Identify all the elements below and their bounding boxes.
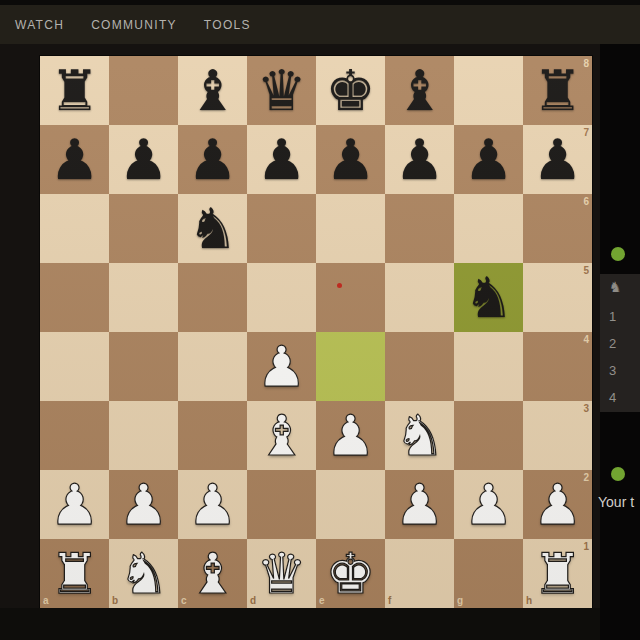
square-e1[interactable]: e♚	[316, 539, 385, 608]
square-g4[interactable]	[454, 332, 523, 401]
square-c7[interactable]: ♟	[178, 125, 247, 194]
file-label-g: g	[457, 596, 463, 606]
square-h1[interactable]: 1h♜	[523, 539, 592, 608]
square-f1[interactable]: f	[385, 539, 454, 608]
square-f2[interactable]: ♟	[385, 470, 454, 539]
piece-white-rook[interactable]: ♜	[523, 539, 592, 608]
piece-black-pawn[interactable]: ♟	[40, 125, 109, 194]
piece-black-knight[interactable]: ♞	[454, 263, 523, 332]
piece-white-pawn[interactable]: ♟	[247, 332, 316, 401]
square-c3[interactable]	[178, 401, 247, 470]
square-d7[interactable]: ♟	[247, 125, 316, 194]
opponent-player-row	[611, 247, 625, 261]
square-b5[interactable]	[109, 263, 178, 332]
square-c8[interactable]: ♝	[178, 56, 247, 125]
piece-white-pawn[interactable]: ♟	[109, 470, 178, 539]
square-d5[interactable]	[247, 263, 316, 332]
square-h3[interactable]: 3	[523, 401, 592, 470]
square-h7[interactable]: 7♟	[523, 125, 592, 194]
square-b7[interactable]: ♟	[109, 125, 178, 194]
square-c2[interactable]: ♟	[178, 470, 247, 539]
square-e5[interactable]	[316, 263, 385, 332]
square-f6[interactable]	[385, 194, 454, 263]
square-g8[interactable]	[454, 56, 523, 125]
rank-label-3: 3	[583, 404, 589, 414]
square-d2[interactable]	[247, 470, 316, 539]
move-number-4: 4	[609, 384, 640, 411]
piece-white-knight[interactable]: ♞	[385, 401, 454, 470]
square-a5[interactable]	[40, 263, 109, 332]
square-a1[interactable]: a♜	[40, 539, 109, 608]
square-e8[interactable]: ♚	[316, 56, 385, 125]
square-c6[interactable]: ♞	[178, 194, 247, 263]
rank-label-4: 4	[583, 335, 589, 345]
square-e2[interactable]	[316, 470, 385, 539]
piece-black-pawn[interactable]: ♟	[385, 125, 454, 194]
square-g5[interactable]: ♞	[454, 263, 523, 332]
square-e4[interactable]	[316, 332, 385, 401]
square-g7[interactable]: ♟	[454, 125, 523, 194]
square-d6[interactable]	[247, 194, 316, 263]
piece-black-knight[interactable]: ♞	[178, 194, 247, 263]
square-f4[interactable]	[385, 332, 454, 401]
square-c1[interactable]: c♝	[178, 539, 247, 608]
square-f7[interactable]: ♟	[385, 125, 454, 194]
rank-label-5: 5	[583, 266, 589, 276]
square-h8[interactable]: 8♜	[523, 56, 592, 125]
piece-black-rook[interactable]: ♜	[523, 56, 592, 125]
player-online-dot	[611, 467, 625, 481]
square-h5[interactable]: 5	[523, 263, 592, 332]
square-a6[interactable]	[40, 194, 109, 263]
square-h4[interactable]: 4	[523, 332, 592, 401]
square-d3[interactable]: ♝	[247, 401, 316, 470]
square-g3[interactable]	[454, 401, 523, 470]
square-g1[interactable]: g	[454, 539, 523, 608]
piece-white-bishop[interactable]: ♝	[247, 401, 316, 470]
square-b2[interactable]: ♟	[109, 470, 178, 539]
piece-white-pawn[interactable]: ♟	[523, 470, 592, 539]
top-navbar: WATCH COMMUNITY TOOLS	[0, 5, 640, 44]
piece-black-rook[interactable]: ♜	[40, 56, 109, 125]
square-f3[interactable]: ♞	[385, 401, 454, 470]
piece-black-bishop[interactable]: ♝	[178, 56, 247, 125]
square-b6[interactable]	[109, 194, 178, 263]
piece-black-bishop[interactable]: ♝	[385, 56, 454, 125]
square-c4[interactable]	[178, 332, 247, 401]
square-a4[interactable]	[40, 332, 109, 401]
move-number-2: 2	[609, 330, 640, 357]
opponent-online-dot	[611, 247, 625, 261]
piece-white-knight[interactable]: ♞	[109, 539, 178, 608]
square-e3[interactable]: ♟	[316, 401, 385, 470]
square-g2[interactable]: ♟	[454, 470, 523, 539]
square-d8[interactable]: ♛	[247, 56, 316, 125]
piece-white-bishop[interactable]: ♝	[178, 539, 247, 608]
nav-item-community[interactable]: COMMUNITY	[91, 18, 177, 32]
nav-item-tools[interactable]: TOOLS	[204, 18, 251, 32]
move-number-3: 3	[609, 357, 640, 384]
bottom-strip	[0, 608, 640, 640]
square-d4[interactable]: ♟	[247, 332, 316, 401]
square-g6[interactable]	[454, 194, 523, 263]
piece-black-king[interactable]: ♚	[316, 56, 385, 125]
piece-black-pawn[interactable]: ♟	[247, 125, 316, 194]
square-h6[interactable]: 6	[523, 194, 592, 263]
nav-item-watch[interactable]: WATCH	[15, 18, 64, 32]
square-h2[interactable]: 2♟	[523, 470, 592, 539]
square-d1[interactable]: d♛	[247, 539, 316, 608]
knight-icon: ♞	[609, 280, 640, 294]
piece-black-pawn[interactable]: ♟	[109, 125, 178, 194]
square-b8[interactable]	[109, 56, 178, 125]
square-b3[interactable]	[109, 401, 178, 470]
piece-black-pawn[interactable]: ♟	[454, 125, 523, 194]
piece-black-pawn[interactable]: ♟	[178, 125, 247, 194]
chess-board[interactable]: ♜♝♛♚♝8♜♟♟♟♟♟♟♟7♟♞6♞5♟4♝♟♞3♟♟♟♟♟2♟a♜b♞c♝d…	[40, 56, 592, 608]
piece-black-queen[interactable]: ♛	[247, 56, 316, 125]
square-e6[interactable]	[316, 194, 385, 263]
piece-white-pawn[interactable]: ♟	[178, 470, 247, 539]
move-list: ♞ 1234	[600, 274, 640, 412]
piece-white-queen[interactable]: ♛	[247, 539, 316, 608]
right-sidebar: ♞ 1234	[600, 44, 640, 640]
square-b4[interactable]	[109, 332, 178, 401]
file-label-f: f	[388, 596, 391, 606]
square-a7[interactable]: ♟	[40, 125, 109, 194]
piece-white-pawn[interactable]: ♟	[385, 470, 454, 539]
piece-white-pawn[interactable]: ♟	[316, 401, 385, 470]
piece-white-rook[interactable]: ♜	[40, 539, 109, 608]
square-a3[interactable]	[40, 401, 109, 470]
square-a2[interactable]: ♟	[40, 470, 109, 539]
piece-black-pawn[interactable]: ♟	[523, 125, 592, 194]
piece-white-pawn[interactable]: ♟	[454, 470, 523, 539]
move-number-1: 1	[609, 303, 640, 330]
square-a8[interactable]: ♜	[40, 56, 109, 125]
square-f8[interactable]: ♝	[385, 56, 454, 125]
red-dot-marker	[337, 283, 342, 288]
square-e7[interactable]: ♟	[316, 125, 385, 194]
piece-black-pawn[interactable]: ♟	[316, 125, 385, 194]
player-player-row	[611, 467, 625, 481]
piece-white-king[interactable]: ♚	[316, 539, 385, 608]
square-b1[interactable]: b♞	[109, 539, 178, 608]
square-f5[interactable]	[385, 263, 454, 332]
square-c5[interactable]	[178, 263, 247, 332]
rank-label-6: 6	[583, 197, 589, 207]
turn-status-text: Your t	[598, 494, 634, 510]
piece-white-pawn[interactable]: ♟	[40, 470, 109, 539]
